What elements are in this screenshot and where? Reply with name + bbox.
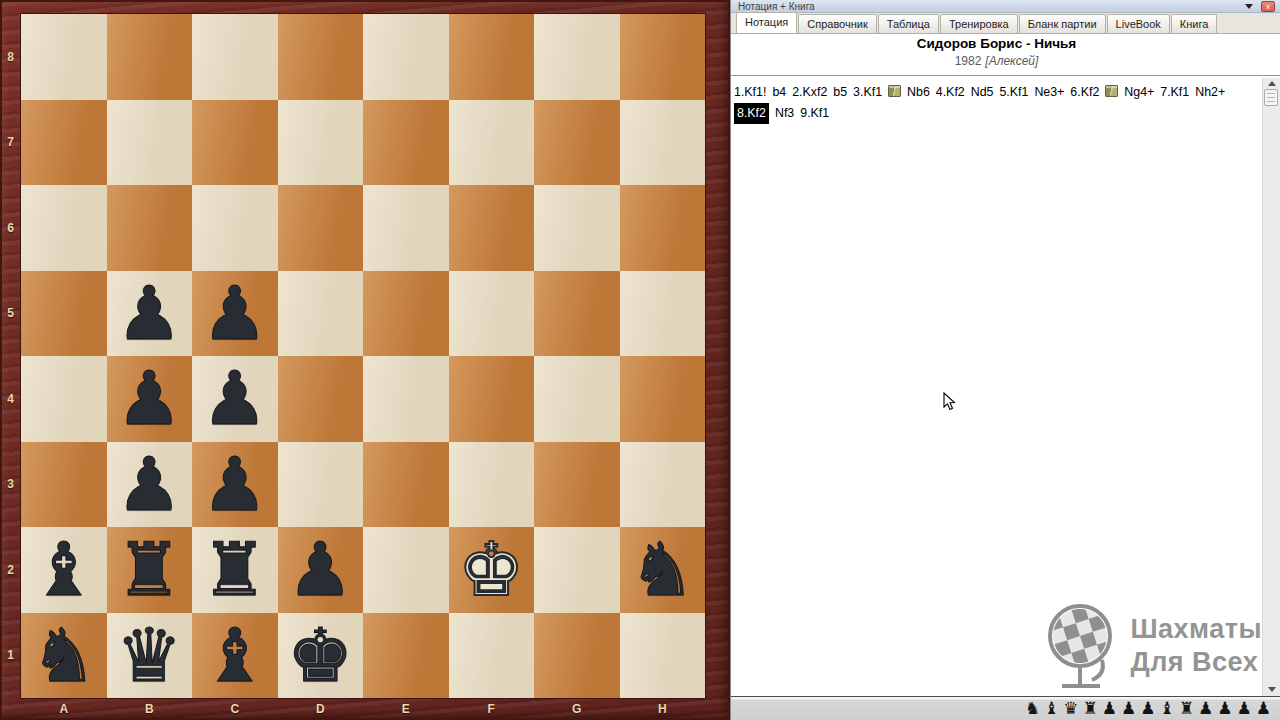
move-token-current[interactable]: 8.Kf2 [734,103,769,124]
year-line: 1982[Алексей] [731,54,1262,68]
board-square-f3[interactable] [449,442,535,528]
mouse-cursor-icon [943,392,956,411]
board-square-e7[interactable] [363,100,449,186]
chess-globe-icon [1044,602,1118,690]
board-square-b4[interactable]: ♟ [107,356,193,442]
board-square-d1[interactable]: ♚ [278,613,364,699]
board-square-c3[interactable]: ♟ [192,442,278,528]
material-piece: ♟ [1256,698,1275,718]
board-square-h3[interactable] [620,442,706,528]
board-square-f8[interactable] [449,14,535,100]
black-pawn-b3[interactable]: ♟ [107,442,193,528]
board-square-a4[interactable] [21,356,107,442]
header-separator [731,75,1280,76]
black-pawn-c4[interactable]: ♟ [192,356,278,442]
board-square-d6[interactable] [278,185,364,271]
board-square-b1[interactable]: ♛ [107,613,193,699]
board-square-a2[interactable]: ♝ [21,527,107,613]
panel-title: Нотация + Книга [738,1,815,12]
material-piece: ♟ [1217,698,1236,718]
board-square-g7[interactable] [534,100,620,186]
black-rook-b2[interactable]: ♜ [107,527,193,613]
material-piece: ♜ [1179,698,1198,718]
file-label-e: E [363,698,449,720]
board-square-a5[interactable] [21,271,107,357]
board-square-b3[interactable]: ♟ [107,442,193,528]
file-label-a: A [21,698,107,720]
board-square-c7[interactable] [192,100,278,186]
black-pawn-c5[interactable]: ♟ [192,271,278,357]
board-square-a1[interactable]: ♞ [21,613,107,699]
close-icon: x [1266,2,1270,11]
board-square-g3[interactable] [534,442,620,528]
board-square-b8[interactable] [107,14,193,100]
board-square-f2[interactable]: ♚ [449,527,535,613]
move-token[interactable]: Nf3 [775,103,794,124]
board-square-g1[interactable] [534,613,620,699]
board-square-h8[interactable] [620,14,706,100]
rank-label-6: 6 [0,185,21,271]
black-knight-h2[interactable]: ♞ [620,527,706,613]
board-square-e2[interactable] [363,527,449,613]
tab-bar: НотацияСправочникТаблицаТренировкаБланк … [731,13,1280,34]
move-token[interactable]: Nh2+ [1195,82,1225,103]
board-panel: ♟♟♟♟♟♟♝♜♜♟♚♞♞♛♝♚ 87654321 ABCDEFGH [0,0,730,720]
board-square-c1[interactable]: ♝ [192,613,278,699]
move-token[interactable]: 3.Kf1 [853,82,882,103]
rank-label-5: 5 [0,271,21,357]
board-square-e5[interactable] [363,271,449,357]
board-square-e4[interactable] [363,356,449,442]
logo-text: Шахматы Для Всех [1130,613,1262,679]
board-square-h1[interactable] [620,613,706,699]
board-square-g4[interactable] [534,356,620,442]
site-logo: Шахматы Для Всех [1044,602,1262,690]
chess-board: ♟♟♟♟♟♟♝♜♜♟♚♞♞♛♝♚ [21,14,705,698]
board-square-e1[interactable] [363,613,449,699]
players-title: Сидоров Борис - Ничья [731,36,1262,51]
file-label-f: F [449,698,535,720]
move-token[interactable]: Ng4+ [1124,82,1154,103]
white-king-f2[interactable]: ♚ [449,527,535,613]
board-square-d8[interactable] [278,14,364,100]
board-square-d4[interactable] [278,356,364,442]
rank-label-3: 3 [0,442,21,528]
panel-titlebar: Нотация + Книга x [731,0,1280,13]
rank-labels: 87654321 [0,14,21,698]
tab-бланк-партии[interactable]: Бланк партии [1019,14,1106,33]
board-square-g5[interactable] [534,271,620,357]
tab-livebook[interactable]: LiveBook [1107,14,1170,33]
black-bishop-a2[interactable]: ♝ [21,527,107,613]
tab-справочник[interactable]: Справочник [798,14,877,33]
app-window: ♟♟♟♟♟♟♝♜♜♟♚♞♞♛♝♚ 87654321 ABCDEFGH Нотац… [0,0,1280,720]
scroll-down-icon[interactable] [1268,687,1276,692]
chevron-down-icon[interactable] [1245,4,1253,9]
board-square-h6[interactable] [620,185,706,271]
move-token[interactable]: b5 [833,82,847,103]
black-queen-b1[interactable]: ♛ [107,613,193,699]
move-token[interactable]: 9.Kf1 [800,103,829,124]
board-square-d7[interactable] [278,100,364,186]
rank-label-7: 7 [0,100,21,186]
logo-line-2: Для Всех [1130,646,1262,679]
black-pawn-b4[interactable]: ♟ [107,356,193,442]
material-piece: ♜ [1083,698,1102,718]
board-square-a6[interactable] [21,185,107,271]
material-piece: ♟ [1102,698,1121,718]
board-square-b5[interactable]: ♟ [107,271,193,357]
board-square-b7[interactable] [107,100,193,186]
board-square-b6[interactable] [107,185,193,271]
tab-книга[interactable]: Книга [1171,14,1218,33]
board-square-d5[interactable] [278,271,364,357]
scroll-up-icon[interactable] [1268,81,1276,86]
board-square-e8[interactable] [363,14,449,100]
board-square-b2[interactable]: ♜ [107,527,193,613]
move-token[interactable]: Nb6 [907,82,930,103]
material-piece: ♟ [1140,698,1159,718]
black-pawn-b5[interactable]: ♟ [107,271,193,357]
board-square-c2[interactable]: ♜ [192,527,278,613]
material-piece: ♝ [1160,698,1179,718]
rank-label-2: 2 [0,527,21,613]
board-square-g8[interactable] [534,14,620,100]
black-rook-c2[interactable]: ♜ [192,527,278,613]
tab-таблица[interactable]: Таблица [878,14,939,33]
notation-panel: Нотация + Книга x НотацияСправочникТабли… [730,0,1280,720]
board-square-f7[interactable] [449,100,535,186]
black-pawn-c3[interactable]: ♟ [192,442,278,528]
file-label-h: H [620,698,706,720]
tab-тренировка[interactable]: Тренировка [940,14,1018,33]
move-token[interactable]: 1.Kf1! [734,82,766,103]
board-square-f5[interactable] [449,271,535,357]
board-square-e6[interactable] [363,185,449,271]
material-piece: ♟ [1237,698,1256,718]
board-square-g2[interactable] [534,527,620,613]
scroll-thumb[interactable] [1264,89,1278,106]
material-piece: ♝ [1044,698,1063,718]
move-token[interactable]: 4.Kf2 [936,82,965,103]
move-list: 1.Kf1!b42.Kxf2b53.Kf1Nb64.Kf2Nd55.Kf1Ne3… [731,78,1261,124]
board-square-e3[interactable] [363,442,449,528]
board-square-c5[interactable]: ♟ [192,271,278,357]
file-label-c: C [192,698,278,720]
board-square-f4[interactable] [449,356,535,442]
scrollbar[interactable] [1262,78,1280,696]
board-square-d3[interactable] [278,442,364,528]
book-icon[interactable] [888,85,901,97]
black-knight-a1[interactable]: ♞ [21,613,107,699]
material-piece: ♛ [1063,698,1082,718]
move-token[interactable]: Ne3+ [1034,82,1064,103]
board-square-a8[interactable] [21,14,107,100]
file-label-b: B [107,698,193,720]
board-square-f1[interactable] [449,613,535,699]
board-square-h2[interactable]: ♞ [620,527,706,613]
annotator-label: [Алексей] [985,54,1038,68]
move-token[interactable]: 2.Kxf2 [792,82,827,103]
material-strip: ♞♝♛♜♟♟♟♝♜♟♟♟♟ [731,696,1280,720]
board-square-h7[interactable] [620,100,706,186]
board-square-f6[interactable] [449,185,535,271]
material-piece: ♟ [1198,698,1217,718]
black-bishop-c1[interactable]: ♝ [192,613,278,699]
move-token[interactable]: Nd5 [971,82,994,103]
rank-label-1: 1 [0,613,21,699]
move-token[interactable]: 6.Kf2 [1070,82,1099,103]
tab-нотация[interactable]: Нотация [736,12,797,33]
board-square-h5[interactable] [620,271,706,357]
logo-line-1: Шахматы [1130,613,1262,646]
close-button[interactable]: x [1261,1,1275,12]
move-token[interactable]: b4 [772,82,786,103]
file-labels: ABCDEFGH [21,698,705,720]
move-token[interactable]: 7.Kf1 [1160,82,1189,103]
file-label-d: D [278,698,364,720]
board-square-c6[interactable] [192,185,278,271]
board-square-a7[interactable] [21,100,107,186]
year-label: 1982 [955,54,982,68]
board-square-c4[interactable]: ♟ [192,356,278,442]
move-token[interactable]: 5.Kf1 [999,82,1028,103]
board-square-c8[interactable] [192,14,278,100]
black-pawn-d2[interactable]: ♟ [278,527,364,613]
book-icon[interactable] [1105,85,1118,97]
black-king-d1[interactable]: ♚ [278,613,364,699]
material-piece: ♟ [1121,698,1140,718]
material-piece: ♞ [1025,698,1044,718]
board-square-h4[interactable] [620,356,706,442]
board-square-d2[interactable]: ♟ [278,527,364,613]
rank-label-8: 8 [0,14,21,100]
game-header: Сидоров Борис - Ничья 1982[Алексей] [731,36,1262,68]
file-label-g: G [534,698,620,720]
rank-label-4: 4 [0,356,21,442]
board-square-a3[interactable] [21,442,107,528]
board-square-g6[interactable] [534,185,620,271]
